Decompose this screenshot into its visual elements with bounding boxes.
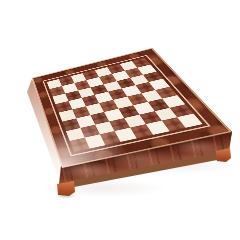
product-photo-canvas [0, 0, 240, 240]
